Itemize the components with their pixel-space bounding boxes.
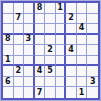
cell-r3c9[interactable] (87, 24, 98, 35)
cell-r5c2[interactable] (14, 45, 25, 56)
cell-r2c7: 2 (66, 14, 77, 25)
cell-r9c1[interactable] (3, 87, 14, 98)
cell-r7c2: 2 (14, 66, 25, 77)
cell-r9c6[interactable] (56, 87, 67, 98)
cell-r9c7[interactable] (66, 87, 77, 98)
cell-r5c4[interactable] (35, 45, 46, 56)
cell-r4c1: 8 (3, 35, 14, 46)
cell-r6c6[interactable] (56, 56, 67, 67)
cell-r3c8: 4 (77, 24, 88, 35)
cell-r5c7: 4 (66, 45, 77, 56)
cell-r1c6: 1 (56, 3, 67, 14)
cell-r4c3: 3 (24, 35, 35, 46)
cell-r2c1[interactable] (3, 14, 14, 25)
cell-r4c5[interactable] (45, 35, 56, 46)
cell-r6c5[interactable] (45, 56, 56, 67)
cell-r9c9[interactable] (87, 87, 98, 98)
cell-r3c3[interactable] (24, 24, 35, 35)
cell-r5c9[interactable] (87, 45, 98, 56)
sudoku-board: 81724832412456371 (1, 1, 100, 100)
cell-r7c7[interactable] (66, 66, 77, 77)
cell-r1c7[interactable] (66, 3, 77, 14)
cell-r8c8[interactable] (77, 77, 88, 88)
cell-r6c9[interactable] (87, 56, 98, 67)
cell-r2c2: 7 (14, 14, 25, 25)
cell-r3c4[interactable] (35, 24, 46, 35)
cell-r6c3[interactable] (24, 56, 35, 67)
cell-r2c4[interactable] (35, 14, 46, 25)
cell-r5c3[interactable] (24, 45, 35, 56)
cell-r8c1: 6 (3, 77, 14, 88)
cell-r9c3[interactable] (24, 87, 35, 98)
cell-r9c8: 1 (77, 87, 88, 98)
cell-r4c4[interactable] (35, 35, 46, 46)
cell-r6c8[interactable] (77, 56, 88, 67)
cell-r5c8[interactable] (77, 45, 88, 56)
cell-r8c9: 3 (87, 77, 98, 88)
cell-r2c9[interactable] (87, 14, 98, 25)
cell-r7c5: 5 (45, 66, 56, 77)
cell-r1c8[interactable] (77, 3, 88, 14)
cell-r7c1[interactable] (3, 66, 14, 77)
cell-r1c5[interactable] (45, 3, 56, 14)
sudoku-frame: 81724832412456371 (0, 0, 101, 101)
cell-r8c2[interactable] (14, 77, 25, 88)
cell-r3c6[interactable] (56, 24, 67, 35)
cell-r6c2[interactable] (14, 56, 25, 67)
cell-r6c7[interactable] (66, 56, 77, 67)
cell-r9c2[interactable] (14, 87, 25, 98)
cell-r7c3[interactable] (24, 66, 35, 77)
cell-r9c5[interactable] (45, 87, 56, 98)
cell-r8c5[interactable] (45, 77, 56, 88)
cell-r3c7[interactable] (66, 24, 77, 35)
cell-r1c2[interactable] (14, 3, 25, 14)
cell-r7c9[interactable] (87, 66, 98, 77)
cell-r1c3[interactable] (24, 3, 35, 14)
cell-r8c4[interactable] (35, 77, 46, 88)
cell-r2c3[interactable] (24, 14, 35, 25)
cell-r7c6[interactable] (56, 66, 67, 77)
cell-r4c8[interactable] (77, 35, 88, 46)
cell-r8c7[interactable] (66, 77, 77, 88)
cell-r4c9[interactable] (87, 35, 98, 46)
cell-r7c4: 4 (35, 66, 46, 77)
cell-r1c1[interactable] (3, 3, 14, 14)
cell-r3c5[interactable] (45, 24, 56, 35)
cell-r5c6[interactable] (56, 45, 67, 56)
cell-r7c8[interactable] (77, 66, 88, 77)
cell-r5c5: 2 (45, 45, 56, 56)
cell-r2c6[interactable] (56, 14, 67, 25)
cell-r9c4: 7 (35, 87, 46, 98)
cell-r2c5[interactable] (45, 14, 56, 25)
cell-r4c6[interactable] (56, 35, 67, 46)
cell-r8c6[interactable] (56, 77, 67, 88)
cell-r8c3[interactable] (24, 77, 35, 88)
cell-r4c7[interactable] (66, 35, 77, 46)
cell-r1c4: 8 (35, 3, 46, 14)
cell-r6c1: 1 (3, 56, 14, 67)
cell-r1c9[interactable] (87, 3, 98, 14)
cell-r6c4[interactable] (35, 56, 46, 67)
cell-r4c2[interactable] (14, 35, 25, 46)
cell-r3c2[interactable] (14, 24, 25, 35)
cell-r3c1[interactable] (3, 24, 14, 35)
